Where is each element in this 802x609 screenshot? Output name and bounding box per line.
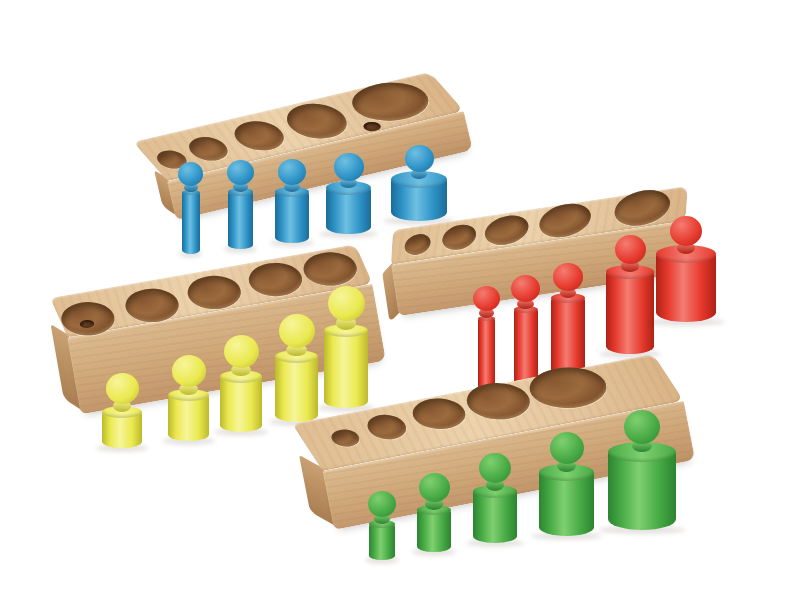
cylinder-blue-1 bbox=[176, 162, 205, 260]
socket-hole-yellow-3 bbox=[182, 272, 247, 313]
cylinder-green-1 bbox=[366, 491, 398, 566]
cylinder-yellow-5 bbox=[322, 286, 370, 414]
cylinder-body bbox=[275, 192, 309, 243]
cylinder-red-5 bbox=[654, 216, 718, 328]
cylinder-knob bbox=[227, 160, 254, 185]
cylinder-body bbox=[606, 272, 654, 354]
cylinder-body bbox=[539, 472, 594, 536]
cylinder-blue-5 bbox=[389, 145, 449, 227]
cylinder-knob bbox=[419, 473, 450, 502]
cylinder-knob bbox=[328, 286, 365, 321]
cylinder-knob bbox=[178, 162, 203, 186]
cylinder-knob bbox=[553, 263, 583, 291]
cylinder-yellow-4 bbox=[273, 314, 320, 428]
socket-hole-green-2 bbox=[361, 412, 412, 442]
cylinder-green-2 bbox=[415, 473, 453, 558]
socket-hole-green-1 bbox=[328, 427, 364, 448]
cylinder-knob bbox=[106, 373, 139, 404]
cylinder-knob bbox=[550, 432, 584, 464]
cylinder-body bbox=[275, 356, 318, 422]
socket-hole-red-1 bbox=[404, 232, 431, 256]
socket-hole-green-4 bbox=[458, 378, 539, 424]
cylinder-yellow-2 bbox=[166, 355, 211, 447]
cylinder-body bbox=[417, 510, 451, 552]
cylinder-knob bbox=[278, 159, 306, 185]
cylinder-green-3 bbox=[471, 453, 519, 549]
cylinder-knob bbox=[479, 453, 511, 483]
cylinder-body bbox=[182, 192, 200, 254]
cylinder-body bbox=[608, 452, 676, 530]
cylinder-body bbox=[551, 298, 585, 378]
socket-hole-red-4 bbox=[539, 200, 592, 240]
socket-hole-blue-3 bbox=[226, 117, 293, 154]
cylinder-body bbox=[228, 192, 253, 249]
socket-hole-green-3 bbox=[405, 395, 473, 433]
cylinder-knob bbox=[615, 235, 646, 264]
cylinder-knob bbox=[670, 216, 702, 246]
cylinder-blue-4 bbox=[324, 153, 373, 240]
cylinder-body bbox=[656, 254, 716, 322]
cylinder-body bbox=[473, 491, 517, 543]
socket-hole-blue-4 bbox=[277, 99, 358, 144]
cylinder-knob bbox=[405, 145, 434, 172]
cylinder-body bbox=[369, 524, 395, 560]
socket-hole-blue-5 bbox=[341, 76, 441, 127]
cylinder-green-4 bbox=[537, 432, 596, 542]
socket-hole-yellow-5 bbox=[297, 248, 362, 289]
socket-hole-yellow-4 bbox=[242, 259, 307, 300]
cylinder-red-4 bbox=[604, 235, 656, 360]
cylinder-knob bbox=[334, 153, 364, 181]
cylinder-body bbox=[514, 309, 538, 387]
cylinder-knob bbox=[511, 275, 540, 302]
cylinder-yellow-3 bbox=[218, 335, 264, 438]
pilot-hole-blue-6 bbox=[360, 121, 383, 133]
product-photo bbox=[0, 0, 802, 609]
cylinder-body bbox=[220, 376, 262, 432]
cylinder-red-3 bbox=[549, 263, 587, 384]
cylinder-green-5 bbox=[606, 410, 678, 536]
cylinder-knob bbox=[368, 491, 396, 517]
socket-hole-red-3 bbox=[484, 213, 529, 248]
socket-hole-red-2 bbox=[441, 223, 476, 253]
cylinder-blue-3 bbox=[273, 159, 311, 249]
cylinder-body bbox=[324, 330, 368, 408]
cylinder-knob bbox=[172, 355, 206, 387]
cylinder-yellow-1 bbox=[100, 373, 144, 454]
cylinder-knob bbox=[279, 314, 315, 348]
cylinder-body bbox=[168, 395, 209, 441]
cylinder-knob bbox=[224, 335, 259, 368]
cylinder-knob bbox=[473, 286, 500, 311]
cylinder-blue-2 bbox=[225, 160, 256, 255]
cylinder-knob bbox=[624, 410, 660, 444]
